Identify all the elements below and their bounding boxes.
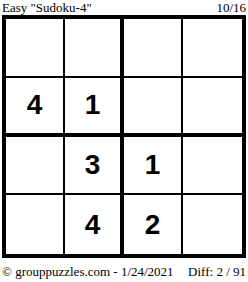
cell-r2c4[interactable] — [183, 78, 242, 137]
cell-r1c2[interactable] — [65, 19, 124, 78]
cell-r1c4[interactable] — [183, 19, 242, 78]
cell-r4c2[interactable]: 4 — [65, 195, 124, 254]
cell-r3c2[interactable]: 3 — [65, 137, 124, 196]
cell-r3c3[interactable]: 1 — [124, 137, 183, 196]
cell-r3c4[interactable] — [183, 137, 242, 196]
puzzle-title: Easy "Sudoku-4" — [2, 1, 92, 15]
cell-r2c2[interactable]: 1 — [65, 78, 124, 137]
cell-r4c1[interactable] — [6, 195, 65, 254]
puzzle-footer: © grouppuzzles.com - 1/24/2021 Diff: 2 /… — [0, 264, 248, 279]
puzzle-counter: 10/16 — [216, 1, 246, 15]
cell-r2c1[interactable]: 4 — [6, 78, 65, 137]
cell-r4c3[interactable]: 2 — [124, 195, 183, 254]
cell-r3c1[interactable] — [6, 137, 65, 196]
cell-r1c3[interactable] — [124, 19, 183, 78]
cell-r4c4[interactable] — [183, 195, 242, 254]
cell-r2c3[interactable] — [124, 78, 183, 137]
difficulty-text: Diff: 2 / 91 — [188, 264, 246, 279]
sudoku-grid: 413142 — [2, 15, 246, 258]
cell-r1c1[interactable] — [6, 19, 65, 78]
copyright-text: © grouppuzzles.com - 1/24/2021 — [2, 264, 174, 279]
puzzle-header: Easy "Sudoku-4" 10/16 — [0, 0, 248, 15]
